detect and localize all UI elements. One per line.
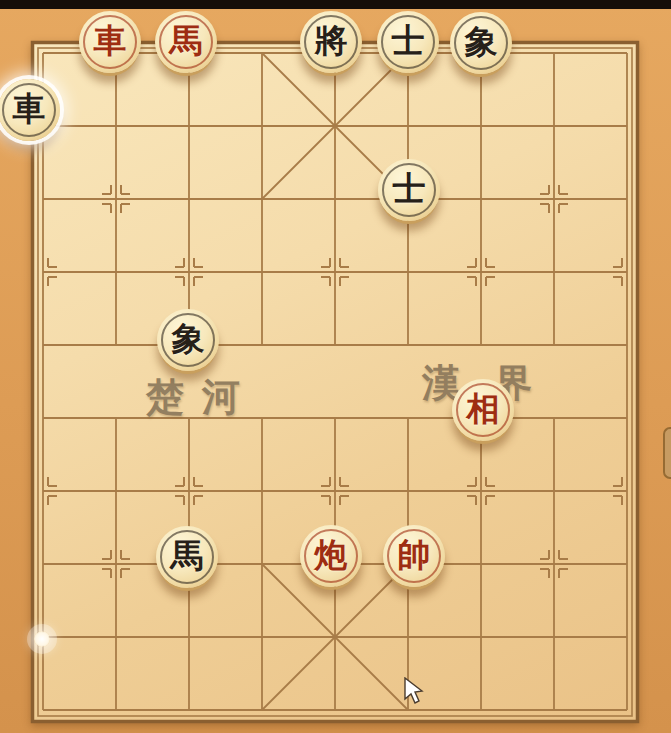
- piece-black-elephant-1[interactable]: 象: [450, 12, 512, 74]
- move-hint-dot[interactable]: [34, 631, 50, 647]
- piece-character: 車: [94, 10, 127, 72]
- game-screen: 楚河 漢界 車馬將士象車士象相馬炮帥: [0, 0, 671, 733]
- piece-character: 炮: [315, 524, 348, 586]
- piece-character: 相: [467, 378, 500, 440]
- piece-character: 馬: [171, 525, 204, 587]
- side-panel-tab[interactable]: [663, 427, 671, 479]
- piece-character: 帥: [398, 524, 431, 586]
- piece-character: 將: [315, 10, 348, 72]
- piece-character: 車: [13, 78, 46, 140]
- piece-black-advisor-2[interactable]: 士: [378, 159, 440, 221]
- board-grid: [0, 0, 671, 733]
- piece-black-elephant-2[interactable]: 象: [157, 309, 219, 371]
- piece-red-elephant[interactable]: 相: [452, 379, 514, 441]
- piece-character: 士: [392, 10, 425, 72]
- piece-character: 象: [172, 308, 205, 370]
- piece-black-advisor-1[interactable]: 士: [377, 11, 439, 73]
- piece-black-horse[interactable]: 馬: [156, 526, 218, 588]
- piece-red-general[interactable]: 帥: [383, 525, 445, 587]
- piece-black-chariot[interactable]: 車: [0, 79, 60, 141]
- piece-red-cannon[interactable]: 炮: [300, 525, 362, 587]
- top-black-bar: [0, 0, 671, 9]
- piece-black-general[interactable]: 將: [300, 11, 362, 73]
- piece-red-horse[interactable]: 馬: [155, 11, 217, 73]
- piece-red-chariot[interactable]: 車: [79, 11, 141, 73]
- piece-character: 馬: [170, 10, 203, 72]
- piece-character: 象: [465, 11, 498, 73]
- piece-character: 士: [393, 158, 426, 220]
